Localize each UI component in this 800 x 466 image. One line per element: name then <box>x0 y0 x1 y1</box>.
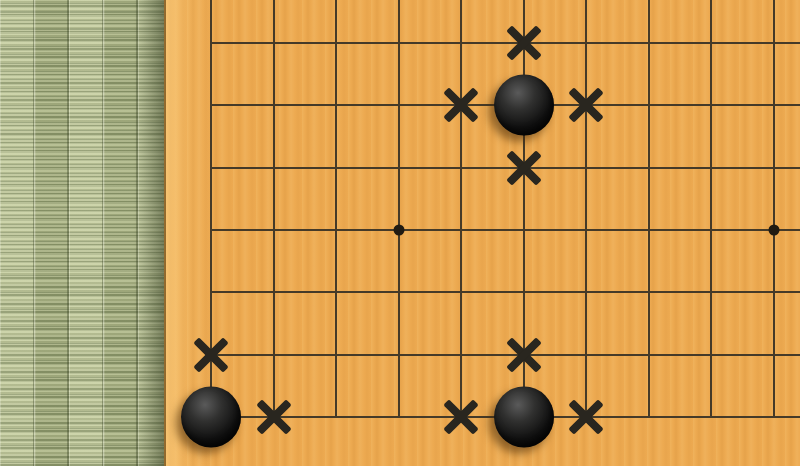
grid-line-horizontal <box>242 167 305 169</box>
grid-line-horizontal <box>367 291 430 293</box>
board-point-J4[interactable] <box>680 199 743 261</box>
board-point-B2[interactable] <box>242 323 305 385</box>
grid-line-horizontal <box>617 42 680 44</box>
board-point-A3[interactable] <box>180 261 243 323</box>
grid-line-horizontal <box>617 416 680 418</box>
grid-line-horizontal <box>617 354 680 356</box>
grid-line-horizontal <box>555 42 618 44</box>
board-point-H6[interactable] <box>617 74 680 136</box>
black-stone-F1[interactable] <box>494 386 554 447</box>
grid-line-horizontal <box>680 42 743 44</box>
board-point-J6[interactable] <box>680 74 743 136</box>
board-point-C3[interactable] <box>305 261 368 323</box>
grid-line-horizontal <box>680 104 743 106</box>
grid-line-horizontal <box>430 167 493 169</box>
black-stone-A1[interactable] <box>181 386 241 447</box>
board-point-E4[interactable] <box>430 199 493 261</box>
grid-line-horizontal <box>367 42 430 44</box>
board-point-B3[interactable] <box>242 261 305 323</box>
grid-line-horizontal <box>305 291 368 293</box>
board-point-J5[interactable] <box>680 136 743 198</box>
board-point-G7[interactable] <box>555 12 618 74</box>
star-point-K4 <box>768 224 779 235</box>
grid-line-horizontal <box>210 229 242 231</box>
board-point-C7[interactable] <box>305 12 368 74</box>
board-point-K6[interactable] <box>742 74 800 136</box>
liberty-mark-F5 <box>503 147 545 189</box>
board-point-C1[interactable] <box>305 386 368 448</box>
grid-line-vertical <box>335 386 337 418</box>
board-point-A5[interactable] <box>180 136 243 198</box>
liberty-mark-E6 <box>440 84 482 126</box>
grid-line-horizontal <box>680 416 743 418</box>
liberty-mark-E1 <box>440 396 482 438</box>
liberty-mark-F2 <box>503 334 545 376</box>
board-point-G5[interactable] <box>555 136 618 198</box>
grid-line-horizontal <box>555 291 618 293</box>
board-cast-shadow <box>134 0 164 466</box>
grid-line-horizontal <box>617 291 680 293</box>
board-point-E3[interactable] <box>430 261 493 323</box>
board-point-E2[interactable] <box>430 323 493 385</box>
star-point-D4 <box>393 224 404 235</box>
grid-line-horizontal <box>305 167 368 169</box>
grid-line-horizontal <box>555 167 618 169</box>
board-point-K2[interactable] <box>742 323 800 385</box>
board-point-H2[interactable] <box>617 323 680 385</box>
grid-line-horizontal <box>680 291 743 293</box>
grid-line-horizontal <box>430 354 493 356</box>
board-point-C2[interactable] <box>305 323 368 385</box>
board-point-D6[interactable] <box>367 74 430 136</box>
grid-line-horizontal <box>617 104 680 106</box>
board-point-A4[interactable] <box>180 199 243 261</box>
board-point-J3[interactable] <box>680 261 743 323</box>
board-point-D1[interactable] <box>367 386 430 448</box>
board-point-D3[interactable] <box>367 261 430 323</box>
grid-line-horizontal <box>617 229 680 231</box>
board-point-B5[interactable] <box>242 136 305 198</box>
board-point-A6[interactable] <box>180 74 243 136</box>
grid-line-horizontal <box>742 291 800 293</box>
grid-line-horizontal <box>742 167 800 169</box>
board-grid <box>180 12 800 448</box>
grid-line-horizontal <box>305 42 368 44</box>
grid-line-horizontal <box>680 229 743 231</box>
grid-line-horizontal <box>492 291 555 293</box>
grid-line-horizontal <box>305 104 368 106</box>
go-liberties-scene <box>0 0 800 466</box>
grid-line-horizontal <box>305 416 368 418</box>
grid-line-horizontal <box>305 354 368 356</box>
board-point-F4[interactable] <box>492 199 555 261</box>
board-point-K5[interactable] <box>742 136 800 198</box>
board-point-B7[interactable] <box>242 12 305 74</box>
grid-line-horizontal <box>242 354 305 356</box>
board-point-H1[interactable] <box>617 386 680 448</box>
board-point-F3[interactable] <box>492 261 555 323</box>
board-point-B4[interactable] <box>242 199 305 261</box>
board-point-K3[interactable] <box>742 261 800 323</box>
grid-line-horizontal <box>680 354 743 356</box>
board-point-C4[interactable] <box>305 199 368 261</box>
board-point-H4[interactable] <box>617 199 680 261</box>
grid-line-horizontal <box>742 104 800 106</box>
board-point-K1[interactable] <box>742 386 800 448</box>
grid-line-horizontal <box>742 416 800 418</box>
board-point-C5[interactable] <box>305 136 368 198</box>
grid-line-horizontal <box>617 167 680 169</box>
board-point-G2[interactable] <box>555 323 618 385</box>
grid-line-vertical <box>710 386 712 418</box>
grid-line-vertical <box>648 386 650 418</box>
liberty-mark-A2 <box>190 334 232 376</box>
grid-line-horizontal <box>680 167 743 169</box>
board-point-K7[interactable] <box>742 12 800 74</box>
grid-line-horizontal <box>210 291 242 293</box>
grid-line-horizontal <box>555 354 618 356</box>
grid-line-horizontal <box>242 229 305 231</box>
board-point-D7[interactable] <box>367 12 430 74</box>
grid-line-horizontal <box>367 104 430 106</box>
grid-line-horizontal <box>242 104 305 106</box>
grid-line-horizontal <box>430 229 493 231</box>
liberty-mark-B1 <box>253 396 295 438</box>
board-point-J2[interactable] <box>680 323 743 385</box>
board-point-E7[interactable] <box>430 12 493 74</box>
board-point-A7[interactable] <box>180 12 243 74</box>
grid-line-horizontal <box>492 229 555 231</box>
board-point-E5[interactable] <box>430 136 493 198</box>
board-point-H5[interactable] <box>617 136 680 198</box>
board-point-J1[interactable] <box>680 386 743 448</box>
board-point-D5[interactable] <box>367 136 430 198</box>
grid-line-vertical <box>773 386 775 418</box>
liberty-mark-F7 <box>503 22 545 64</box>
grid-line-horizontal <box>210 104 242 106</box>
grid-line-horizontal <box>367 167 430 169</box>
board-point-J7[interactable] <box>680 12 743 74</box>
grid-line-horizontal <box>367 354 430 356</box>
board-point-C6[interactable] <box>305 74 368 136</box>
grid-line-horizontal <box>242 291 305 293</box>
grid-line-horizontal <box>367 416 430 418</box>
board-point-G3[interactable] <box>555 261 618 323</box>
board-point-B6[interactable] <box>242 74 305 136</box>
grid-line-horizontal <box>430 291 493 293</box>
black-stone-F6[interactable] <box>494 75 554 136</box>
grid-line-horizontal <box>742 354 800 356</box>
board-point-D2[interactable] <box>367 323 430 385</box>
board-point-H7[interactable] <box>617 12 680 74</box>
liberty-mark-G6 <box>565 84 607 126</box>
grid-line-stubs-top <box>180 0 800 12</box>
board-point-H3[interactable] <box>617 261 680 323</box>
liberty-mark-G1 <box>565 396 607 438</box>
grid-line-horizontal <box>430 42 493 44</box>
grid-line-horizontal <box>305 229 368 231</box>
grid-line-horizontal <box>742 42 800 44</box>
grid-line-horizontal <box>210 42 242 44</box>
grid-line-vertical <box>398 386 400 418</box>
grid-line-horizontal <box>210 167 242 169</box>
board-point-G4[interactable] <box>555 199 618 261</box>
grid-line-horizontal <box>242 42 305 44</box>
grid-line-horizontal <box>555 229 618 231</box>
